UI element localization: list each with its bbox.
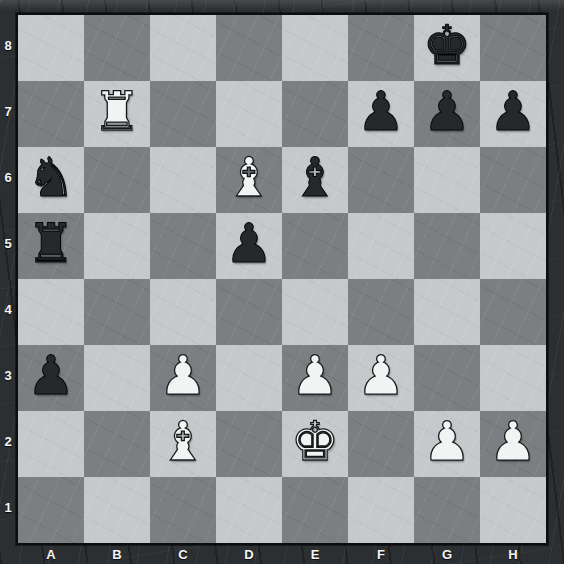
chess-board-frame: ♚♜♟♟♟♞♝♝♜♟♟♟♟♟♝♚♟♟ 87654321 ABCDEFGH	[0, 0, 564, 564]
piece-black-rook[interactable]: ♜	[27, 217, 75, 271]
piece-white-rook[interactable]: ♜	[93, 85, 141, 139]
rank-label-1: 1	[0, 475, 16, 541]
file-label-f: F	[348, 545, 414, 564]
square-e1[interactable]	[282, 477, 348, 543]
rank-label-4: 4	[0, 277, 16, 343]
piece-white-pawn[interactable]: ♟	[357, 349, 405, 403]
square-d6[interactable]: ♝	[216, 147, 282, 213]
square-g1[interactable]	[414, 477, 480, 543]
piece-black-bishop[interactable]: ♝	[291, 151, 339, 205]
square-b2[interactable]	[84, 411, 150, 477]
square-g7[interactable]: ♟	[414, 81, 480, 147]
square-b7[interactable]: ♜	[84, 81, 150, 147]
square-d2[interactable]	[216, 411, 282, 477]
square-e3[interactable]: ♟	[282, 345, 348, 411]
square-g2[interactable]: ♟	[414, 411, 480, 477]
file-label-d: D	[216, 545, 282, 564]
rank-label-5: 5	[0, 211, 16, 277]
piece-black-knight[interactable]: ♞	[27, 151, 75, 205]
square-a1[interactable]	[18, 477, 84, 543]
file-label-h: H	[480, 545, 546, 564]
square-h7[interactable]: ♟	[480, 81, 546, 147]
piece-black-pawn[interactable]: ♟	[423, 85, 471, 139]
square-g8[interactable]: ♚	[414, 15, 480, 81]
rank-label-8: 8	[0, 13, 16, 79]
square-f3[interactable]: ♟	[348, 345, 414, 411]
square-d8[interactable]	[216, 15, 282, 81]
square-g3[interactable]	[414, 345, 480, 411]
square-c1[interactable]	[150, 477, 216, 543]
square-h4[interactable]	[480, 279, 546, 345]
piece-black-king[interactable]: ♚	[423, 19, 471, 73]
square-d7[interactable]	[216, 81, 282, 147]
square-a7[interactable]	[18, 81, 84, 147]
square-g4[interactable]	[414, 279, 480, 345]
square-e8[interactable]	[282, 15, 348, 81]
square-h1[interactable]	[480, 477, 546, 543]
square-h2[interactable]: ♟	[480, 411, 546, 477]
piece-white-bishop[interactable]: ♝	[159, 415, 207, 469]
square-e2[interactable]: ♚	[282, 411, 348, 477]
file-label-g: G	[414, 545, 480, 564]
chess-board: ♚♜♟♟♟♞♝♝♜♟♟♟♟♟♝♚♟♟	[16, 13, 548, 545]
square-e6[interactable]: ♝	[282, 147, 348, 213]
square-b3[interactable]	[84, 345, 150, 411]
square-h8[interactable]	[480, 15, 546, 81]
piece-white-pawn[interactable]: ♟	[291, 349, 339, 403]
piece-white-pawn[interactable]: ♟	[423, 415, 471, 469]
square-h6[interactable]	[480, 147, 546, 213]
square-b6[interactable]	[84, 147, 150, 213]
square-d3[interactable]	[216, 345, 282, 411]
square-f4[interactable]	[348, 279, 414, 345]
square-c8[interactable]	[150, 15, 216, 81]
square-b8[interactable]	[84, 15, 150, 81]
square-c7[interactable]	[150, 81, 216, 147]
square-c2[interactable]: ♝	[150, 411, 216, 477]
piece-white-pawn[interactable]: ♟	[159, 349, 207, 403]
square-f6[interactable]	[348, 147, 414, 213]
piece-black-pawn[interactable]: ♟	[357, 85, 405, 139]
square-c5[interactable]	[150, 213, 216, 279]
file-label-b: B	[84, 545, 150, 564]
piece-white-king[interactable]: ♚	[291, 415, 339, 469]
square-e4[interactable]	[282, 279, 348, 345]
piece-black-pawn[interactable]: ♟	[489, 85, 537, 139]
square-f5[interactable]	[348, 213, 414, 279]
square-g5[interactable]	[414, 213, 480, 279]
square-a3[interactable]: ♟	[18, 345, 84, 411]
rank-label-6: 6	[0, 145, 16, 211]
square-f1[interactable]	[348, 477, 414, 543]
square-a2[interactable]	[18, 411, 84, 477]
file-label-e: E	[282, 545, 348, 564]
square-e5[interactable]	[282, 213, 348, 279]
square-h3[interactable]	[480, 345, 546, 411]
square-d4[interactable]	[216, 279, 282, 345]
piece-black-pawn[interactable]: ♟	[27, 349, 75, 403]
piece-white-bishop[interactable]: ♝	[225, 151, 273, 205]
square-f8[interactable]	[348, 15, 414, 81]
rank-label-7: 7	[0, 79, 16, 145]
square-f7[interactable]: ♟	[348, 81, 414, 147]
square-a8[interactable]	[18, 15, 84, 81]
square-b1[interactable]	[84, 477, 150, 543]
square-c3[interactable]: ♟	[150, 345, 216, 411]
square-e7[interactable]	[282, 81, 348, 147]
square-d1[interactable]	[216, 477, 282, 543]
square-a4[interactable]	[18, 279, 84, 345]
square-d5[interactable]: ♟	[216, 213, 282, 279]
square-g6[interactable]	[414, 147, 480, 213]
square-b4[interactable]	[84, 279, 150, 345]
square-a5[interactable]: ♜	[18, 213, 84, 279]
square-c4[interactable]	[150, 279, 216, 345]
square-b5[interactable]	[84, 213, 150, 279]
square-h5[interactable]	[480, 213, 546, 279]
file-label-c: C	[150, 545, 216, 564]
piece-white-pawn[interactable]: ♟	[489, 415, 537, 469]
rank-label-2: 2	[0, 409, 16, 475]
square-a6[interactable]: ♞	[18, 147, 84, 213]
rank-label-3: 3	[0, 343, 16, 409]
square-f2[interactable]	[348, 411, 414, 477]
piece-black-pawn[interactable]: ♟	[225, 217, 273, 271]
file-label-a: A	[18, 545, 84, 564]
square-c6[interactable]	[150, 147, 216, 213]
